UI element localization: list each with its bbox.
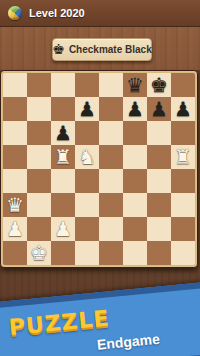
square-e5[interactable]	[99, 145, 123, 169]
square-e6[interactable]	[99, 121, 123, 145]
square-d7[interactable]: ♟	[75, 97, 99, 121]
bottom-banner-area: PUZZLE Endgame	[0, 268, 200, 356]
square-e4[interactable]	[99, 169, 123, 193]
black-pawn-f7[interactable]: ♟	[126, 99, 144, 119]
sub-header: ♚ Checkmate Black	[0, 27, 200, 70]
square-a3[interactable]: ♛	[3, 193, 27, 217]
checkmate-button-label: Checkmate Black	[69, 44, 152, 55]
black-pawn-h7[interactable]: ♟	[174, 99, 192, 119]
square-f4[interactable]	[123, 169, 147, 193]
square-e2[interactable]	[99, 217, 123, 241]
chess-puzzle-app: Level 2020 ♚ Checkmate Black ♛♚♟♟♟♟♟♜♞♜♛…	[0, 0, 200, 356]
white-queen-a3[interactable]: ♛	[6, 195, 24, 215]
square-a6[interactable]	[3, 121, 27, 145]
white-rook-c5[interactable]: ♜	[54, 147, 72, 167]
square-b7[interactable]	[27, 97, 51, 121]
square-e3[interactable]	[99, 193, 123, 217]
square-h7[interactable]: ♟	[171, 97, 195, 121]
square-c1[interactable]	[51, 241, 75, 265]
square-f6[interactable]	[123, 121, 147, 145]
level-ball-icon	[8, 6, 22, 20]
square-g3[interactable]	[147, 193, 171, 217]
square-c7[interactable]	[51, 97, 75, 121]
square-f1[interactable]	[123, 241, 147, 265]
square-f5[interactable]	[123, 145, 147, 169]
level-label: Level 2020	[29, 7, 85, 19]
square-f2[interactable]	[123, 217, 147, 241]
chess-board: ♛♚♟♟♟♟♟♜♞♜♛♟♟♚	[3, 73, 195, 265]
square-a8[interactable]	[3, 73, 27, 97]
square-c4[interactable]	[51, 169, 75, 193]
square-g4[interactable]	[147, 169, 171, 193]
square-d6[interactable]	[75, 121, 99, 145]
white-king-b1[interactable]: ♚	[30, 243, 48, 263]
square-d2[interactable]	[75, 217, 99, 241]
square-h5[interactable]: ♜	[171, 145, 195, 169]
square-h4[interactable]	[171, 169, 195, 193]
endgame-subtitle: Endgame	[96, 331, 160, 353]
square-f7[interactable]: ♟	[123, 97, 147, 121]
black-pawn-g7[interactable]: ♟	[150, 99, 168, 119]
square-b2[interactable]	[27, 217, 51, 241]
square-f3[interactable]	[123, 193, 147, 217]
black-pawn-d7[interactable]: ♟	[78, 99, 96, 119]
banner-bottom-strip	[0, 352, 200, 356]
square-g7[interactable]: ♟	[147, 97, 171, 121]
square-b6[interactable]	[27, 121, 51, 145]
white-rook-h5[interactable]: ♜	[174, 147, 192, 167]
square-c3[interactable]	[51, 193, 75, 217]
square-h8[interactable]	[171, 73, 195, 97]
square-d3[interactable]	[75, 193, 99, 217]
checkmate-black-button[interactable]: ♚ Checkmate Black	[52, 38, 152, 61]
square-d1[interactable]	[75, 241, 99, 265]
square-e8[interactable]	[99, 73, 123, 97]
square-c5[interactable]: ♜	[51, 145, 75, 169]
white-pawn-c2[interactable]: ♟	[54, 219, 72, 239]
square-g6[interactable]	[147, 121, 171, 145]
black-king-icon: ♚	[52, 42, 65, 56]
square-h6[interactable]	[171, 121, 195, 145]
square-b1[interactable]: ♚	[27, 241, 51, 265]
square-c2[interactable]: ♟	[51, 217, 75, 241]
square-c8[interactable]	[51, 73, 75, 97]
chess-board-frame: ♛♚♟♟♟♟♟♜♞♜♛♟♟♚	[0, 70, 198, 268]
square-b5[interactable]	[27, 145, 51, 169]
square-b4[interactable]	[27, 169, 51, 193]
square-f8[interactable]: ♛	[123, 73, 147, 97]
black-queen-f8[interactable]: ♛	[126, 75, 144, 95]
puzzle-title: PUZZLE	[8, 305, 111, 340]
square-a5[interactable]	[3, 145, 27, 169]
puzzle-banner: PUZZLE Endgame	[0, 280, 200, 356]
square-h3[interactable]	[171, 193, 195, 217]
white-pawn-a2[interactable]: ♟	[6, 219, 24, 239]
square-g1[interactable]	[147, 241, 171, 265]
square-e7[interactable]	[99, 97, 123, 121]
square-g5[interactable]	[147, 145, 171, 169]
square-d4[interactable]	[75, 169, 99, 193]
square-b8[interactable]	[27, 73, 51, 97]
top-bar: Level 2020	[0, 0, 200, 27]
square-h1[interactable]	[171, 241, 195, 265]
square-c6[interactable]: ♟	[51, 121, 75, 145]
square-a1[interactable]	[3, 241, 27, 265]
square-a2[interactable]: ♟	[3, 217, 27, 241]
square-a4[interactable]	[3, 169, 27, 193]
black-king-g8[interactable]: ♚	[150, 75, 168, 95]
square-d8[interactable]	[75, 73, 99, 97]
square-e1[interactable]	[99, 241, 123, 265]
square-a7[interactable]	[3, 97, 27, 121]
square-d5[interactable]: ♞	[75, 145, 99, 169]
square-g2[interactable]	[147, 217, 171, 241]
square-g8[interactable]: ♚	[147, 73, 171, 97]
square-b3[interactable]	[27, 193, 51, 217]
square-h2[interactable]	[171, 217, 195, 241]
white-knight-d5[interactable]: ♞	[78, 147, 96, 167]
black-pawn-c6[interactable]: ♟	[54, 123, 72, 143]
